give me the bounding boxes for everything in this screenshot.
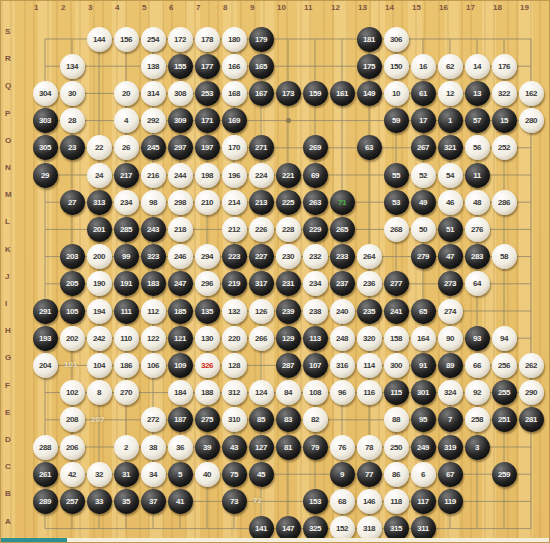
black-stone-move-239: 239 (276, 299, 301, 324)
row-label-L: L (5, 217, 10, 226)
white-stone-move-254: 254 (141, 27, 166, 52)
black-stone-move-3: 3 (465, 435, 490, 460)
white-stone-move-312: 312 (222, 380, 247, 405)
column-label-12: 12 (331, 3, 340, 12)
white-stone-move-246: 246 (168, 244, 193, 269)
black-stone-move-85: 85 (249, 407, 274, 432)
white-stone-move-248: 248 (330, 326, 355, 351)
white-stone-move-200: 200 (87, 244, 112, 269)
column-label-18: 18 (493, 3, 502, 12)
black-stone-move-191: 191 (114, 271, 139, 296)
white-stone-move-106: 106 (141, 353, 166, 378)
white-stone-move-290: 290 (519, 380, 544, 405)
white-stone-move-252: 252 (492, 135, 517, 160)
row-label-M: M (5, 190, 12, 199)
black-stone-move-95: 95 (411, 407, 436, 432)
white-stone-move-316: 316 (330, 353, 355, 378)
black-stone-move-53: 53 (384, 190, 409, 215)
white-stone-move-262: 262 (519, 353, 544, 378)
black-stone-move-23: 23 (60, 135, 85, 160)
black-stone-move-185: 185 (168, 299, 193, 324)
black-stone-move-291: 291 (33, 299, 58, 324)
white-stone-move-306: 306 (384, 27, 409, 52)
white-stone-move-194: 194 (87, 299, 112, 324)
black-stone-move-249: 249 (411, 435, 436, 460)
row-label-E: E (5, 408, 10, 417)
black-stone-move-289: 289 (33, 489, 58, 514)
black-stone-move-75: 75 (222, 462, 247, 487)
white-stone-move-164: 164 (411, 326, 436, 351)
row-label-R: R (5, 54, 11, 63)
black-stone-move-33: 33 (87, 489, 112, 514)
row-label-Q: Q (5, 81, 11, 90)
black-stone-move-5: 5 (168, 462, 193, 487)
black-stone-move-303: 303 (33, 108, 58, 133)
white-stone-move-36: 36 (168, 435, 193, 460)
row-label-P: P (5, 109, 10, 118)
black-stone-move-313: 313 (87, 190, 112, 215)
white-stone-move-2: 2 (114, 435, 139, 460)
white-stone-move-304: 304 (33, 81, 58, 106)
white-stone-move-190: 190 (87, 271, 112, 296)
black-stone-move-203: 203 (60, 244, 85, 269)
white-stone-move-130: 130 (195, 326, 220, 351)
black-stone-move-73: 73 (222, 489, 247, 514)
white-stone-move-22: 22 (87, 135, 112, 160)
row-label-F: F (5, 381, 10, 390)
black-stone-move-167: 167 (249, 81, 274, 106)
black-stone-move-117: 117 (411, 489, 436, 514)
black-stone-move-317: 317 (249, 271, 274, 296)
black-stone-move-79: 79 (303, 435, 328, 460)
column-label-19: 19 (520, 3, 529, 12)
white-stone-move-4: 4 (114, 108, 139, 133)
board-grid (1, 1, 550, 543)
black-stone-move-107: 107 (303, 353, 328, 378)
white-stone-move-76: 76 (330, 435, 355, 460)
black-stone-move-277: 277 (384, 271, 409, 296)
white-stone-move-112: 112 (141, 299, 166, 324)
white-stone-move-184: 184 (168, 380, 193, 405)
black-stone-move-81: 81 (276, 435, 301, 460)
go-board-diagram: 12345678910111213141516171819SRQPONMLKJI… (0, 0, 550, 543)
white-stone-move-14: 14 (465, 54, 490, 79)
column-label-8: 8 (223, 3, 227, 12)
black-stone-move-217: 217 (114, 163, 139, 188)
black-stone-move-259: 259 (492, 462, 517, 487)
white-stone-move-292: 292 (141, 108, 166, 133)
black-stone-move-193: 193 (33, 326, 58, 351)
row-label-O: O (5, 136, 11, 145)
white-stone-move-204: 204 (33, 353, 58, 378)
white-stone-move-170: 170 (222, 135, 247, 160)
black-stone-move-183: 183 (141, 271, 166, 296)
white-stone-move-24: 24 (87, 163, 112, 188)
white-stone-move-276: 276 (465, 217, 490, 242)
captured-stone-number: 207 (91, 415, 104, 424)
black-stone-move-71: 71 (330, 190, 355, 215)
black-stone-move-231: 231 (276, 271, 301, 296)
white-stone-move-102: 102 (60, 380, 85, 405)
column-label-10: 10 (277, 3, 286, 12)
white-stone-move-54: 54 (438, 163, 463, 188)
black-stone-move-57: 57 (465, 108, 490, 133)
black-stone-move-243: 243 (141, 217, 166, 242)
black-stone-move-279: 279 (411, 244, 436, 269)
white-stone-move-48: 48 (465, 190, 490, 215)
white-stone-move-104: 104 (87, 353, 112, 378)
white-stone-move-78: 78 (357, 435, 382, 460)
black-stone-move-255: 255 (492, 380, 517, 405)
white-stone-move-6: 6 (411, 462, 436, 487)
white-stone-move-236: 236 (357, 271, 382, 296)
white-stone-move-234: 234 (303, 271, 328, 296)
white-stone-move-226: 226 (249, 217, 274, 242)
column-label-15: 15 (412, 3, 421, 12)
black-stone-move-99: 99 (114, 244, 139, 269)
column-label-16: 16 (439, 3, 448, 12)
black-stone-move-7: 7 (438, 407, 463, 432)
black-stone-move-31: 31 (114, 462, 139, 487)
white-stone-move-30: 30 (60, 81, 85, 106)
black-stone-move-181: 181 (357, 27, 382, 52)
black-stone-move-39: 39 (195, 435, 220, 460)
black-stone-move-105: 105 (60, 299, 85, 324)
black-stone-move-321: 321 (438, 135, 463, 160)
white-stone-move-12: 12 (438, 81, 463, 106)
black-stone-move-155: 155 (168, 54, 193, 79)
white-stone-move-82: 82 (303, 407, 328, 432)
white-stone-move-268: 268 (384, 217, 409, 242)
white-stone-move-326: 326 (195, 353, 220, 378)
black-stone-move-319: 319 (438, 435, 463, 460)
black-stone-move-63: 63 (357, 135, 382, 160)
black-stone-move-187: 187 (168, 407, 193, 432)
black-stone-move-297: 297 (168, 135, 193, 160)
white-stone-move-288: 288 (33, 435, 58, 460)
black-stone-move-109: 109 (168, 353, 193, 378)
black-stone-move-201: 201 (87, 217, 112, 242)
white-stone-move-92: 92 (465, 380, 490, 405)
white-stone-move-34: 34 (141, 462, 166, 487)
white-stone-move-20: 20 (114, 81, 139, 106)
white-stone-move-150: 150 (384, 54, 409, 79)
white-stone-move-110: 110 (114, 326, 139, 351)
white-stone-move-310: 310 (222, 407, 247, 432)
white-stone-move-224: 224 (249, 163, 274, 188)
black-stone-move-119: 119 (438, 489, 463, 514)
white-stone-move-96: 96 (330, 380, 355, 405)
black-stone-move-269: 269 (303, 135, 328, 160)
black-stone-move-45: 45 (249, 462, 274, 487)
black-stone-move-9: 9 (330, 462, 355, 487)
star-point (286, 118, 291, 123)
white-stone-move-274: 274 (438, 299, 463, 324)
white-stone-move-26: 26 (114, 135, 139, 160)
black-stone-move-77: 77 (357, 462, 382, 487)
white-stone-move-86: 86 (384, 462, 409, 487)
black-stone-move-111: 111 (114, 299, 139, 324)
white-stone-move-186: 186 (114, 353, 139, 378)
black-stone-move-309: 309 (168, 108, 193, 133)
white-stone-move-210: 210 (195, 190, 220, 215)
black-stone-move-115: 115 (384, 380, 409, 405)
black-stone-move-27: 27 (60, 190, 85, 215)
white-stone-move-58: 58 (492, 244, 517, 269)
black-stone-move-213: 213 (249, 190, 274, 215)
white-stone-move-64: 64 (465, 271, 490, 296)
black-stone-move-91: 91 (411, 353, 436, 378)
captured-stone-number: 101 (64, 360, 77, 369)
black-stone-move-61: 61 (411, 81, 436, 106)
white-stone-move-258: 258 (465, 407, 490, 432)
white-stone-move-94: 94 (492, 326, 517, 351)
captured-stone-number: 72 (253, 496, 262, 505)
white-stone-move-122: 122 (141, 326, 166, 351)
white-stone-move-68: 68 (330, 489, 355, 514)
black-stone-move-247: 247 (168, 271, 193, 296)
white-stone-move-298: 298 (168, 190, 193, 215)
white-stone-move-144: 144 (87, 27, 112, 52)
white-stone-move-244: 244 (168, 163, 193, 188)
black-stone-move-253: 253 (195, 81, 220, 106)
white-stone-move-208: 208 (60, 407, 85, 432)
white-stone-move-270: 270 (114, 380, 139, 405)
column-label-4: 4 (115, 3, 119, 12)
white-stone-move-156: 156 (114, 27, 139, 52)
white-stone-move-134: 134 (60, 54, 85, 79)
black-stone-move-165: 165 (249, 54, 274, 79)
white-stone-move-90: 90 (438, 326, 463, 351)
white-stone-move-88: 88 (384, 407, 409, 432)
black-stone-move-161: 161 (330, 81, 355, 106)
black-stone-move-273: 273 (438, 271, 463, 296)
black-stone-move-13: 13 (465, 81, 490, 106)
black-stone-move-65: 65 (411, 299, 436, 324)
white-stone-move-266: 266 (249, 326, 274, 351)
white-stone-move-314: 314 (141, 81, 166, 106)
white-stone-move-8: 8 (87, 380, 112, 405)
column-label-9: 9 (250, 3, 254, 12)
white-stone-move-196: 196 (222, 163, 247, 188)
row-label-I: I (5, 299, 7, 308)
column-label-17: 17 (466, 3, 475, 12)
row-label-G: G (5, 353, 11, 362)
black-stone-move-245: 245 (141, 135, 166, 160)
black-stone-move-223: 223 (222, 244, 247, 269)
white-stone-move-308: 308 (168, 81, 193, 106)
column-label-13: 13 (358, 3, 367, 12)
white-stone-move-62: 62 (438, 54, 463, 79)
black-stone-move-237: 237 (330, 271, 355, 296)
black-stone-move-323: 323 (141, 244, 166, 269)
white-stone-move-38: 38 (141, 435, 166, 460)
white-stone-move-324: 324 (438, 380, 463, 405)
white-stone-move-56: 56 (465, 135, 490, 160)
row-label-C: C (5, 462, 11, 471)
white-stone-move-242: 242 (87, 326, 112, 351)
row-label-H: H (5, 326, 11, 335)
black-stone-move-47: 47 (438, 244, 463, 269)
white-stone-move-158: 158 (384, 326, 409, 351)
white-stone-move-28: 28 (60, 108, 85, 133)
black-stone-move-221: 221 (276, 163, 301, 188)
black-stone-move-241: 241 (384, 299, 409, 324)
white-stone-move-294: 294 (195, 244, 220, 269)
white-stone-move-250: 250 (384, 435, 409, 460)
row-label-S: S (5, 27, 10, 36)
black-stone-move-261: 261 (33, 462, 58, 487)
white-stone-move-162: 162 (519, 81, 544, 106)
black-stone-move-67: 67 (438, 462, 463, 487)
black-stone-move-169: 169 (222, 108, 247, 133)
white-stone-move-118: 118 (384, 489, 409, 514)
white-stone-move-234: 234 (114, 190, 139, 215)
white-stone-move-10: 10 (384, 81, 409, 106)
white-stone-move-146: 146 (357, 489, 382, 514)
white-stone-move-280: 280 (519, 108, 544, 133)
white-stone-move-322: 322 (492, 81, 517, 106)
column-label-6: 6 (169, 3, 173, 12)
black-stone-move-281: 281 (519, 407, 544, 432)
bottom-edge-strip (1, 538, 549, 542)
white-stone-move-132: 132 (222, 299, 247, 324)
white-stone-move-218: 218 (168, 217, 193, 242)
black-stone-move-15: 15 (492, 108, 517, 133)
black-stone-move-51: 51 (438, 217, 463, 242)
black-stone-move-43: 43 (222, 435, 247, 460)
black-stone-move-265: 265 (330, 217, 355, 242)
white-stone-move-232: 232 (303, 244, 328, 269)
white-stone-move-138: 138 (141, 54, 166, 79)
black-stone-move-177: 177 (195, 54, 220, 79)
black-stone-move-69: 69 (303, 163, 328, 188)
white-stone-move-50: 50 (411, 217, 436, 242)
row-label-J: J (5, 272, 9, 281)
white-stone-move-188: 188 (195, 380, 220, 405)
white-stone-move-84: 84 (276, 380, 301, 405)
row-label-K: K (5, 245, 11, 254)
black-stone-move-175: 175 (357, 54, 382, 79)
white-stone-move-180: 180 (222, 27, 247, 52)
black-stone-move-17: 17 (411, 108, 436, 133)
white-stone-move-46: 46 (438, 190, 463, 215)
white-stone-move-240: 240 (330, 299, 355, 324)
column-label-5: 5 (142, 3, 146, 12)
black-stone-move-301: 301 (411, 380, 436, 405)
black-stone-move-233: 233 (330, 244, 355, 269)
black-stone-move-229: 229 (303, 217, 328, 242)
row-label-A: A (5, 517, 11, 526)
white-stone-move-220: 220 (222, 326, 247, 351)
black-stone-move-1: 1 (438, 108, 463, 133)
black-stone-move-153: 153 (303, 489, 328, 514)
black-stone-move-225: 225 (276, 190, 301, 215)
white-stone-move-166: 166 (222, 54, 247, 79)
black-stone-move-35: 35 (114, 489, 139, 514)
column-label-1: 1 (34, 3, 38, 12)
white-stone-move-228: 228 (276, 217, 301, 242)
white-stone-move-230: 230 (276, 244, 301, 269)
black-stone-move-283: 283 (465, 244, 490, 269)
black-stone-move-275: 275 (195, 407, 220, 432)
white-stone-move-214: 214 (222, 190, 247, 215)
white-stone-move-264: 264 (357, 244, 382, 269)
black-stone-move-227: 227 (249, 244, 274, 269)
black-stone-move-127: 127 (249, 435, 274, 460)
white-stone-move-40: 40 (195, 462, 220, 487)
black-stone-move-89: 89 (438, 353, 463, 378)
white-stone-move-32: 32 (87, 462, 112, 487)
black-stone-move-93: 93 (465, 326, 490, 351)
black-stone-move-83: 83 (276, 407, 301, 432)
column-label-3: 3 (88, 3, 92, 12)
bottom-teal-strip (1, 538, 67, 542)
white-stone-move-114: 114 (357, 353, 382, 378)
black-stone-move-197: 197 (195, 135, 220, 160)
black-stone-move-55: 55 (384, 163, 409, 188)
black-stone-move-59: 59 (384, 108, 409, 133)
black-stone-move-287: 287 (276, 353, 301, 378)
black-stone-move-271: 271 (249, 135, 274, 160)
white-stone-move-178: 178 (195, 27, 220, 52)
black-stone-move-37: 37 (141, 489, 166, 514)
white-stone-move-216: 216 (141, 163, 166, 188)
black-stone-move-49: 49 (411, 190, 436, 215)
white-stone-move-172: 172 (168, 27, 193, 52)
white-stone-move-198: 198 (195, 163, 220, 188)
black-stone-move-267: 267 (411, 135, 436, 160)
white-stone-move-300: 300 (384, 353, 409, 378)
white-stone-move-176: 176 (492, 54, 517, 79)
black-stone-move-171: 171 (195, 108, 220, 133)
white-stone-move-212: 212 (222, 217, 247, 242)
black-stone-move-305: 305 (33, 135, 58, 160)
white-stone-move-206: 206 (60, 435, 85, 460)
white-stone-move-124: 124 (249, 380, 274, 405)
white-stone-move-98: 98 (141, 190, 166, 215)
black-stone-move-257: 257 (60, 489, 85, 514)
column-label-11: 11 (304, 3, 312, 12)
row-label-D: D (5, 435, 11, 444)
white-stone-move-42: 42 (60, 462, 85, 487)
black-stone-move-135: 135 (195, 299, 220, 324)
white-stone-move-296: 296 (195, 271, 220, 296)
black-stone-move-159: 159 (303, 81, 328, 106)
black-stone-move-285: 285 (114, 217, 139, 242)
column-label-14: 14 (385, 3, 394, 12)
white-stone-move-126: 126 (249, 299, 274, 324)
white-stone-move-108: 108 (303, 380, 328, 405)
white-stone-move-116: 116 (357, 380, 382, 405)
white-stone-move-16: 16 (411, 54, 436, 79)
black-stone-move-11: 11 (465, 163, 490, 188)
white-stone-move-238: 238 (303, 299, 328, 324)
black-stone-move-235: 235 (357, 299, 382, 324)
white-stone-move-128: 128 (222, 353, 247, 378)
white-stone-move-202: 202 (60, 326, 85, 351)
row-label-B: B (5, 489, 11, 498)
white-stone-move-272: 272 (141, 407, 166, 432)
black-stone-move-263: 263 (303, 190, 328, 215)
white-stone-move-66: 66 (465, 353, 490, 378)
column-label-2: 2 (61, 3, 65, 12)
black-stone-move-179: 179 (249, 27, 274, 52)
black-stone-move-129: 129 (276, 326, 301, 351)
white-stone-move-52: 52 (411, 163, 436, 188)
black-stone-move-41: 41 (168, 489, 193, 514)
row-label-N: N (5, 163, 11, 172)
